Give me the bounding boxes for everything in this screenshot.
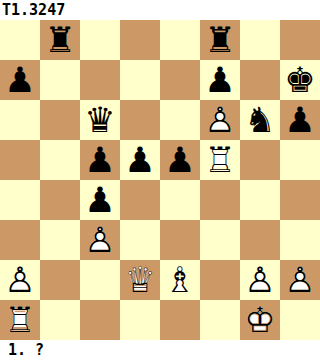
piece-glyph-outline: ♙	[280, 260, 320, 300]
square-e6[interactable]	[160, 100, 200, 140]
square-g2[interactable]: ♟♙	[240, 260, 280, 300]
piece-glyph-fill: ♞	[240, 100, 280, 140]
piece-glyph-fill: ♟	[160, 140, 200, 180]
square-f5[interactable]: ♜♖	[200, 140, 240, 180]
square-b2[interactable]	[40, 260, 80, 300]
square-b8[interactable]: ♜	[40, 20, 80, 60]
square-c6[interactable]: ♛	[80, 100, 120, 140]
square-c7[interactable]	[80, 60, 120, 100]
square-c1[interactable]	[80, 300, 120, 340]
square-g7[interactable]	[240, 60, 280, 100]
square-b3[interactable]	[40, 220, 80, 260]
chess-board: ♜♜♟♟♚♛♟♙♞♟♟♟♟♜♖♟♟♙♟♙♛♕♝♗♟♙♟♙♜♖♚♔	[0, 20, 320, 340]
square-e3[interactable]	[160, 220, 200, 260]
square-g4[interactable]	[240, 180, 280, 220]
square-d4[interactable]	[120, 180, 160, 220]
piece-white-rook[interactable]: ♜♖	[200, 140, 240, 180]
piece-black-pawn[interactable]: ♟	[200, 60, 240, 100]
piece-black-queen[interactable]: ♛	[80, 100, 120, 140]
piece-glyph-fill: ♜	[200, 20, 240, 60]
square-g8[interactable]	[240, 20, 280, 60]
piece-white-king[interactable]: ♚♔	[240, 300, 280, 340]
square-h2[interactable]: ♟♙	[280, 260, 320, 300]
piece-black-pawn[interactable]: ♟	[120, 140, 160, 180]
square-d2[interactable]: ♛♕	[120, 260, 160, 300]
square-e1[interactable]	[160, 300, 200, 340]
square-a5[interactable]	[0, 140, 40, 180]
square-e8[interactable]	[160, 20, 200, 60]
piece-white-pawn[interactable]: ♟♙	[200, 100, 240, 140]
square-f3[interactable]	[200, 220, 240, 260]
piece-glyph-outline: ♕	[120, 260, 160, 300]
square-h7[interactable]: ♚	[280, 60, 320, 100]
square-h5[interactable]	[280, 140, 320, 180]
piece-white-pawn[interactable]: ♟♙	[80, 220, 120, 260]
square-g6[interactable]: ♞	[240, 100, 280, 140]
piece-glyph-outline: ♙	[200, 100, 240, 140]
piece-glyph-outline: ♙	[80, 220, 120, 260]
piece-glyph-outline: ♗	[160, 260, 200, 300]
puzzle-id-label: T1.3247	[0, 0, 320, 20]
square-h8[interactable]	[280, 20, 320, 60]
square-f1[interactable]	[200, 300, 240, 340]
square-d7[interactable]	[120, 60, 160, 100]
square-b6[interactable]	[40, 100, 80, 140]
square-h4[interactable]	[280, 180, 320, 220]
square-a8[interactable]	[0, 20, 40, 60]
piece-white-queen[interactable]: ♛♕	[120, 260, 160, 300]
square-d5[interactable]: ♟	[120, 140, 160, 180]
square-b7[interactable]	[40, 60, 80, 100]
piece-glyph-fill: ♟	[0, 60, 40, 100]
piece-white-rook[interactable]: ♜♖	[0, 300, 40, 340]
square-d3[interactable]	[120, 220, 160, 260]
square-a4[interactable]	[0, 180, 40, 220]
square-e5[interactable]: ♟	[160, 140, 200, 180]
chess-app-window: T1.3247 ♜♜♟♟♚♛♟♙♞♟♟♟♟♜♖♟♟♙♟♙♛♕♝♗♟♙♟♙♜♖♚♔…	[0, 0, 320, 360]
square-d6[interactable]	[120, 100, 160, 140]
square-c8[interactable]	[80, 20, 120, 60]
piece-black-rook[interactable]: ♜	[200, 20, 240, 60]
square-b1[interactable]	[40, 300, 80, 340]
piece-black-king[interactable]: ♚	[280, 60, 320, 100]
piece-glyph-fill: ♚	[280, 60, 320, 100]
square-c5[interactable]: ♟	[80, 140, 120, 180]
piece-black-pawn[interactable]: ♟	[0, 60, 40, 100]
piece-black-knight[interactable]: ♞	[240, 100, 280, 140]
square-c2[interactable]	[80, 260, 120, 300]
square-g5[interactable]	[240, 140, 280, 180]
square-e2[interactable]: ♝♗	[160, 260, 200, 300]
move-prompt-label: 1. ?	[0, 340, 320, 360]
piece-black-rook[interactable]: ♜	[40, 20, 80, 60]
piece-glyph-fill: ♛	[80, 100, 120, 140]
square-f2[interactable]	[200, 260, 240, 300]
square-a6[interactable]	[0, 100, 40, 140]
square-a7[interactable]: ♟	[0, 60, 40, 100]
square-a2[interactable]: ♟♙	[0, 260, 40, 300]
piece-white-bishop[interactable]: ♝♗	[160, 260, 200, 300]
piece-glyph-fill: ♟	[80, 180, 120, 220]
square-d1[interactable]	[120, 300, 160, 340]
piece-white-pawn[interactable]: ♟♙	[240, 260, 280, 300]
piece-glyph-fill: ♟	[280, 100, 320, 140]
square-c4[interactable]: ♟	[80, 180, 120, 220]
square-f7[interactable]: ♟	[200, 60, 240, 100]
piece-glyph-fill: ♟	[200, 60, 240, 100]
square-f6[interactable]: ♟♙	[200, 100, 240, 140]
piece-glyph-outline: ♖	[200, 140, 240, 180]
piece-glyph-fill: ♜	[40, 20, 80, 60]
square-b5[interactable]	[40, 140, 80, 180]
piece-glyph-outline: ♔	[240, 300, 280, 340]
piece-glyph-outline: ♙	[0, 260, 40, 300]
square-h1[interactable]	[280, 300, 320, 340]
piece-white-pawn[interactable]: ♟♙	[280, 260, 320, 300]
piece-black-pawn[interactable]: ♟	[280, 100, 320, 140]
square-c3[interactable]: ♟♙	[80, 220, 120, 260]
square-e4[interactable]	[160, 180, 200, 220]
square-f8[interactable]: ♜	[200, 20, 240, 60]
square-h3[interactable]	[280, 220, 320, 260]
piece-white-pawn[interactable]: ♟♙	[0, 260, 40, 300]
piece-glyph-outline: ♖	[0, 300, 40, 340]
piece-black-pawn[interactable]: ♟	[80, 140, 120, 180]
square-a1[interactable]: ♜♖	[0, 300, 40, 340]
piece-black-pawn[interactable]: ♟	[80, 180, 120, 220]
square-g1[interactable]: ♚♔	[240, 300, 280, 340]
square-g3[interactable]	[240, 220, 280, 260]
square-f4[interactable]	[200, 180, 240, 220]
piece-glyph-fill: ♟	[80, 140, 120, 180]
piece-glyph-fill: ♟	[120, 140, 160, 180]
square-a3[interactable]	[0, 220, 40, 260]
square-e7[interactable]	[160, 60, 200, 100]
square-d8[interactable]	[120, 20, 160, 60]
piece-black-pawn[interactable]: ♟	[160, 140, 200, 180]
square-h6[interactable]: ♟	[280, 100, 320, 140]
piece-glyph-outline: ♙	[240, 260, 280, 300]
square-b4[interactable]	[40, 180, 80, 220]
